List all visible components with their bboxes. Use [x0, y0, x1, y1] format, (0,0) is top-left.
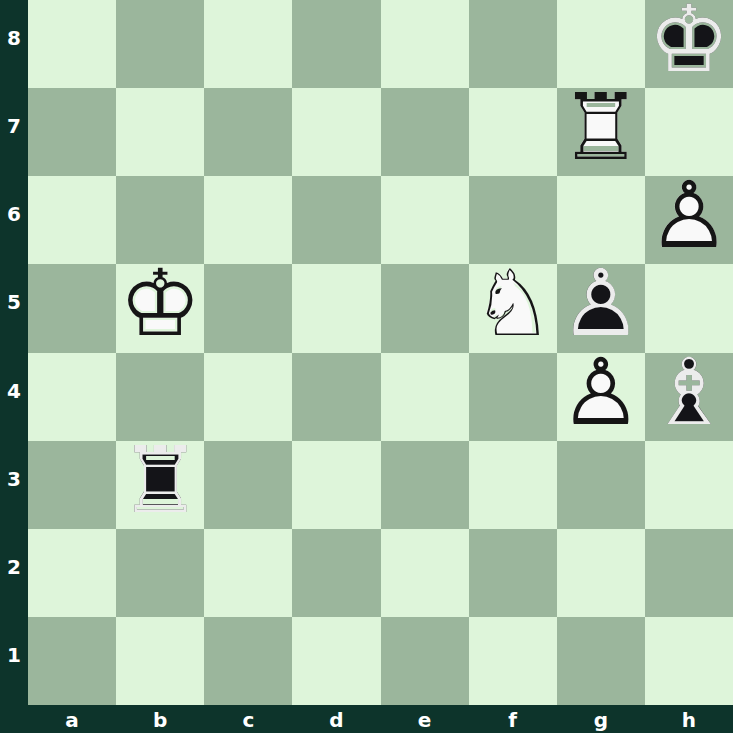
square-a2[interactable] [28, 529, 116, 617]
square-a8[interactable] [28, 0, 116, 88]
square-e1[interactable] [381, 617, 469, 705]
square-h6[interactable]: ♟♙ [645, 176, 733, 264]
black-bishop-outline-glyph: ♗ [648, 347, 730, 439]
rank-label-2: 2 [0, 523, 28, 611]
file-label-g: g [557, 705, 645, 733]
square-e2[interactable] [381, 529, 469, 617]
square-g3[interactable] [557, 441, 645, 529]
black-rook-outline-glyph: ♖ [119, 435, 201, 527]
square-f4[interactable] [469, 353, 557, 441]
file-label-d: d [292, 705, 380, 733]
square-a6[interactable] [28, 176, 116, 264]
white-pawn-outline-glyph: ♙ [560, 347, 642, 439]
piece-white-pawn-h6[interactable]: ♟♙ [645, 176, 733, 264]
square-b2[interactable] [116, 529, 204, 617]
square-f5[interactable]: ♞♘ [469, 264, 557, 352]
square-e4[interactable] [381, 353, 469, 441]
square-g4[interactable]: ♟♙ [557, 353, 645, 441]
piece-black-bishop-h4[interactable]: ♝♗ [645, 353, 733, 441]
file-label-e: e [381, 705, 469, 733]
file-label-b: b [116, 705, 204, 733]
piece-white-rook-g7[interactable]: ♜♖ [557, 88, 645, 176]
white-knight-outline-glyph: ♘ [471, 259, 553, 351]
file-label-c: c [204, 705, 292, 733]
square-c1[interactable] [204, 617, 292, 705]
piece-black-rook-b3[interactable]: ♜♖ [116, 441, 204, 529]
square-d1[interactable] [292, 617, 380, 705]
file-labels: abcdefgh [28, 705, 733, 733]
square-a7[interactable] [28, 88, 116, 176]
chess-board-frame: 87654321 ♚♔♜♖♟♙♚♔♞♘♟♙♟♙♝♗♜♖ abcdefgh [0, 0, 733, 733]
file-label-f: f [469, 705, 557, 733]
square-d2[interactable] [292, 529, 380, 617]
square-h4[interactable]: ♝♗ [645, 353, 733, 441]
square-a5[interactable] [28, 264, 116, 352]
square-g1[interactable] [557, 617, 645, 705]
rank-label-4: 4 [0, 347, 28, 435]
square-b1[interactable] [116, 617, 204, 705]
file-label-h: h [645, 705, 733, 733]
square-d3[interactable] [292, 441, 380, 529]
square-c7[interactable] [204, 88, 292, 176]
square-e6[interactable] [381, 176, 469, 264]
rank-label-6: 6 [0, 170, 28, 258]
frame-corner [0, 705, 28, 733]
square-g7[interactable]: ♜♖ [557, 88, 645, 176]
square-c6[interactable] [204, 176, 292, 264]
square-c5[interactable] [204, 264, 292, 352]
white-rook-outline-glyph: ♖ [560, 83, 642, 175]
white-pawn-outline-glyph: ♙ [648, 171, 730, 263]
square-e3[interactable] [381, 441, 469, 529]
square-b5[interactable]: ♚♔ [116, 264, 204, 352]
square-d6[interactable] [292, 176, 380, 264]
rank-label-3: 3 [0, 435, 28, 523]
square-f2[interactable] [469, 529, 557, 617]
square-c2[interactable] [204, 529, 292, 617]
square-e7[interactable] [381, 88, 469, 176]
square-b8[interactable] [116, 0, 204, 88]
square-a4[interactable] [28, 353, 116, 441]
square-e8[interactable] [381, 0, 469, 88]
piece-white-pawn-g4[interactable]: ♟♙ [557, 353, 645, 441]
rank-label-5: 5 [0, 258, 28, 346]
square-d4[interactable] [292, 353, 380, 441]
square-g2[interactable] [557, 529, 645, 617]
square-h2[interactable] [645, 529, 733, 617]
square-h3[interactable] [645, 441, 733, 529]
square-b3[interactable]: ♜♖ [116, 441, 204, 529]
square-f8[interactable] [469, 0, 557, 88]
square-f7[interactable] [469, 88, 557, 176]
rank-label-7: 7 [0, 82, 28, 170]
square-c3[interactable] [204, 441, 292, 529]
black-pawn-outline-glyph: ♙ [560, 259, 642, 351]
square-h8[interactable]: ♚♔ [645, 0, 733, 88]
rank-label-8: 8 [0, 0, 28, 82]
file-label-a: a [28, 705, 116, 733]
square-a1[interactable] [28, 617, 116, 705]
black-king-outline-glyph: ♔ [648, 0, 730, 86]
square-d5[interactable] [292, 264, 380, 352]
white-king-outline-glyph: ♔ [119, 259, 201, 351]
square-d7[interactable] [292, 88, 380, 176]
piece-white-knight-f5[interactable]: ♞♘ [469, 264, 557, 352]
chess-board: ♚♔♜♖♟♙♚♔♞♘♟♙♟♙♝♗♜♖ [28, 0, 733, 705]
square-b7[interactable] [116, 88, 204, 176]
square-f1[interactable] [469, 617, 557, 705]
square-c4[interactable] [204, 353, 292, 441]
square-h1[interactable] [645, 617, 733, 705]
rank-labels: 87654321 [0, 0, 28, 705]
piece-white-king-b5[interactable]: ♚♔ [116, 264, 204, 352]
piece-black-king-h8[interactable]: ♚♔ [645, 0, 733, 88]
square-a3[interactable] [28, 441, 116, 529]
square-c8[interactable] [204, 0, 292, 88]
rank-label-1: 1 [0, 611, 28, 699]
square-e5[interactable] [381, 264, 469, 352]
square-f3[interactable] [469, 441, 557, 529]
square-d8[interactable] [292, 0, 380, 88]
